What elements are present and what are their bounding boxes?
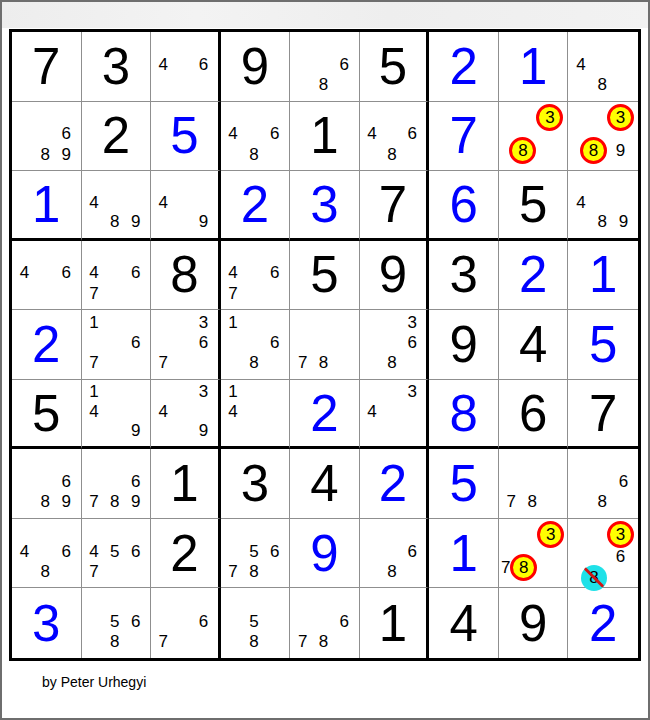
cell-r2c1[interactable]: 689 [12, 102, 82, 172]
chain-highlight-circle: 3 [537, 521, 564, 548]
candidate-6[interactable]: 6 [264, 541, 285, 561]
candidate-4[interactable]: 4 [153, 193, 173, 213]
candidate-grid: 468 [12, 519, 81, 588]
cell-r3c9[interactable]: 489 [568, 171, 638, 241]
candidate-6[interactable]: 6 [125, 611, 146, 632]
candidate-6[interactable]: 6 [56, 263, 77, 283]
cell-r5c3[interactable]: 367 [151, 310, 221, 380]
candidate-4[interactable]: 4 [223, 401, 244, 421]
given-digit: 2 [151, 519, 218, 588]
candidate-grid: 378 [499, 519, 568, 588]
given-digit: 4 [290, 449, 359, 518]
given-digit: 7 [360, 171, 427, 238]
candidate-8[interactable]: 8 [592, 492, 613, 512]
chain-highlight-circle: 8 [509, 137, 536, 164]
cell-r8c8[interactable]: 378 [499, 519, 569, 589]
candidate-4[interactable]: 4 [362, 401, 382, 421]
candidate-5[interactable]: 5 [244, 611, 265, 632]
candidate-grid: 68 [568, 449, 638, 518]
candidate-3[interactable]: 3 [193, 382, 213, 402]
candidate-3[interactable]: 3 [607, 104, 634, 131]
candidate-7[interactable]: 7 [84, 283, 105, 303]
given-digit: 9 [360, 241, 427, 310]
candidate-8[interactable]: 8 [104, 631, 125, 652]
given-digit: 3 [82, 32, 151, 101]
cell-r7c2[interactable]: 6789 [82, 449, 152, 519]
candidate-7[interactable]: 7 [292, 353, 313, 373]
candidate-4[interactable]: 4 [153, 54, 173, 74]
candidate-6[interactable]: 6 [125, 332, 146, 352]
chain-highlight-circle: 8 [580, 137, 607, 164]
candidate-8[interactable]: 8 [313, 74, 334, 94]
candidate-grid: 468 [360, 102, 427, 171]
candidate-7[interactable]: 7 [84, 561, 105, 581]
cell-r5c5[interactable]: 78 [290, 310, 360, 380]
cell-r2c6[interactable]: 468 [360, 102, 430, 172]
candidate-9[interactable]: 9 [56, 144, 77, 164]
candidate-3[interactable]: 3 [402, 312, 422, 332]
cell-r7c7[interactable]: 5 [429, 449, 499, 519]
candidate-6[interactable]: 6 [402, 124, 422, 144]
cell-r6c5[interactable]: 2 [290, 380, 360, 450]
cell-r6c1[interactable]: 5 [12, 380, 82, 450]
solved-digit: 1 [499, 32, 568, 101]
candidate-1[interactable]: 1 [84, 382, 105, 402]
candidate-grid: 58 [221, 588, 290, 658]
cell-r2c8[interactable]: 38 [499, 102, 569, 172]
given-digit: 1 [151, 449, 218, 518]
candidate-1[interactable]: 1 [223, 312, 244, 332]
cell-r3c7[interactable]: 6 [429, 171, 499, 241]
cell-r3c2[interactable]: 489 [82, 171, 152, 241]
chain-highlight-circle: 3 [607, 521, 634, 548]
candidate-8[interactable]: 8 [522, 492, 543, 512]
candidate-5[interactable]: 5 [104, 541, 125, 561]
cell-r4c2[interactable]: 467 [82, 241, 152, 311]
cell-r9c9[interactable]: 2 [568, 588, 638, 658]
candidate-4[interactable]: 4 [84, 263, 105, 283]
cell-r1c1[interactable]: 7 [12, 32, 82, 102]
solved-digit: 2 [568, 588, 638, 658]
candidate-4[interactable]: 4 [570, 54, 591, 74]
candidate-7[interactable]: 7 [501, 554, 510, 581]
candidate-4[interactable]: 4 [14, 263, 35, 283]
solved-digit: 1 [12, 171, 81, 238]
solved-digit: 2 [12, 310, 81, 379]
solved-digit: 9 [290, 519, 359, 588]
candidate-8[interactable]: 8 [313, 353, 334, 373]
solved-digit: 6 [429, 171, 498, 238]
cell-r7c8[interactable]: 78 [499, 449, 569, 519]
candidate-4[interactable]: 4 [14, 541, 35, 561]
cell-r1c7[interactable]: 2 [429, 32, 499, 102]
candidate-grid: 14 [221, 380, 290, 447]
cell-r7c9[interactable]: 68 [568, 449, 638, 519]
candidate-8[interactable]: 8 [382, 353, 402, 373]
candidate-8[interactable]: 8 [35, 561, 56, 581]
candidate-4[interactable]: 4 [362, 124, 382, 144]
candidate-grid: 67 [151, 588, 218, 658]
cell-r2c2[interactable]: 2 [82, 102, 152, 172]
candidate-8[interactable]: 8 [382, 144, 402, 164]
cell-r8c4[interactable]: 5678 [221, 519, 291, 589]
given-digit: 6 [499, 380, 568, 447]
solved-digit: 5 [429, 449, 498, 518]
candidate-7[interactable]: 7 [501, 492, 522, 512]
cell-r2c5[interactable]: 1 [290, 102, 360, 172]
solved-digit: 5 [151, 102, 218, 171]
cell-r2c4[interactable]: 468 [221, 102, 291, 172]
candidate-6[interactable]: 6 [193, 54, 213, 74]
given-digit: 9 [499, 588, 568, 658]
candidate-5[interactable]: 5 [104, 611, 125, 632]
cell-r6c3[interactable]: 349 [151, 380, 221, 450]
cell-r3c6[interactable]: 7 [360, 171, 430, 241]
candidate-grid: 78 [290, 310, 359, 379]
cell-r4c6[interactable]: 9 [360, 241, 430, 311]
candidate-8[interactable]: 8 [104, 492, 125, 512]
cell-r3c3[interactable]: 49 [151, 171, 221, 241]
candidate-grid: 48 [568, 32, 638, 101]
cell-r8c7[interactable]: 1 [429, 519, 499, 589]
cell-r4c8[interactable]: 2 [499, 241, 569, 311]
cell-r9c8[interactable]: 9 [499, 588, 569, 658]
candidate-5[interactable]: 5 [244, 541, 265, 561]
cell-r5c1[interactable]: 2 [12, 310, 82, 380]
cell-r5c4[interactable]: 168 [221, 310, 291, 380]
candidate-6[interactable]: 6 [193, 332, 213, 352]
chain-highlight-circle: 8 [510, 554, 537, 581]
given-digit: 4 [499, 310, 568, 379]
candidate-grid: 678 [290, 588, 359, 658]
candidate-3[interactable]: 3 [193, 312, 213, 332]
candidate-grid: 489 [568, 171, 638, 238]
cell-r1c8[interactable]: 1 [499, 32, 569, 102]
solved-digit: 2 [290, 380, 359, 447]
candidate-grid: 6789 [82, 449, 151, 518]
cell-r5c8[interactable]: 4 [499, 310, 569, 380]
candidate-7[interactable]: 7 [84, 492, 105, 512]
candidate-6[interactable]: 6 [613, 472, 634, 492]
candidate-7[interactable]: 7 [292, 631, 313, 652]
candidate-grid: 68 [290, 32, 359, 101]
cell-r6c9[interactable]: 7 [568, 380, 638, 450]
candidate-grid: 38 [499, 102, 568, 171]
candidate-6[interactable]: 6 [264, 124, 285, 144]
candidate-7[interactable]: 7 [223, 561, 244, 581]
candidate-grid: 467 [82, 241, 151, 310]
cell-r7c3[interactable]: 1 [151, 449, 221, 519]
candidate-8[interactable]: 8 [35, 144, 56, 164]
elimination-slash-icon [584, 567, 605, 588]
candidate-8[interactable]: 8 [592, 74, 613, 94]
cell-r7c4[interactable]: 3 [221, 449, 291, 519]
cell-r1c6[interactable]: 5 [360, 32, 430, 102]
top-toolbar-strip [2, 2, 648, 28]
candidate-1[interactable]: 1 [84, 312, 105, 332]
chain-highlight-circle: 3 [536, 104, 563, 131]
given-digit: 1 [360, 588, 427, 658]
given-digit: 3 [429, 241, 498, 310]
solved-digit: 2 [360, 449, 427, 518]
candidate-8[interactable]: 8 [580, 137, 607, 164]
candidate-6[interactable]: 6 [402, 332, 422, 352]
cell-r8c2[interactable]: 4567 [82, 519, 152, 589]
solved-digit: 3 [290, 171, 359, 238]
candidate-grid: 149 [82, 380, 151, 447]
cell-r1c2[interactable]: 3 [82, 32, 152, 102]
cell-r2c3[interactable]: 5 [151, 102, 221, 172]
solved-digit: 3 [12, 588, 81, 658]
cell-r9c1[interactable]: 3 [12, 588, 82, 658]
cell-r9c4[interactable]: 58 [221, 588, 291, 658]
candidate-8[interactable]: 8 [104, 212, 125, 232]
candidate-4[interactable]: 4 [570, 193, 591, 213]
candidate-7[interactable]: 7 [153, 631, 173, 652]
cell-r7c1[interactable]: 689 [12, 449, 82, 519]
cell-r2c7[interactable]: 7 [429, 102, 499, 172]
candidate-9[interactable]: 9 [125, 492, 146, 512]
candidate-grid: 468 [221, 102, 290, 171]
cell-r8c6[interactable]: 68 [360, 519, 430, 589]
cell-r8c1[interactable]: 468 [12, 519, 82, 589]
candidate-8[interactable]: 8 [509, 137, 536, 164]
candidate-6[interactable]: 6 [193, 611, 213, 632]
cell-r7c5[interactable]: 4 [290, 449, 360, 519]
cell-r3c4[interactable]: 2 [221, 171, 291, 241]
candidate-9[interactable]: 9 [613, 212, 634, 232]
chain-highlight-circle: 3 [607, 104, 634, 131]
candidate-4[interactable]: 4 [153, 401, 173, 421]
given-digit: 5 [360, 32, 427, 101]
candidate-6[interactable]: 6 [125, 472, 146, 492]
cell-r9c5[interactable]: 678 [290, 588, 360, 658]
candidate-9[interactable]: 9 [125, 421, 146, 441]
cell-r4c3[interactable]: 8 [151, 241, 221, 311]
cell-r5c9[interactable]: 5 [568, 310, 638, 380]
candidate-3[interactable]: 3 [536, 104, 563, 131]
candidate-grid: 4567 [82, 519, 151, 588]
solved-digit: 2 [499, 241, 568, 310]
solved-digit: 2 [429, 32, 498, 101]
candidate-grid: 167 [82, 310, 151, 379]
candidate-8[interactable]: 8 [592, 212, 613, 232]
candidate-grid: 689 [12, 449, 81, 518]
candidate-3[interactable]: 3 [402, 382, 422, 402]
cell-r6c8[interactable]: 6 [499, 380, 569, 450]
candidate-9[interactable]: 9 [193, 421, 213, 441]
cell-r9c6[interactable]: 1 [360, 588, 430, 658]
given-digit: 1 [290, 102, 359, 171]
candidate-grid: 568 [82, 588, 151, 658]
candidate-8[interactable]: 8 [313, 631, 334, 652]
candidate-grid: 368 [360, 310, 427, 379]
cell-r1c4[interactable]: 9 [221, 32, 291, 102]
given-digit: 5 [290, 241, 359, 310]
candidate-6[interactable]: 6 [402, 541, 422, 561]
candidate-grid: 349 [151, 380, 218, 447]
candidate-6[interactable]: 6 [125, 541, 146, 561]
candidate-grid: 78 [499, 449, 568, 518]
solved-digit: 1 [429, 519, 498, 588]
cell-r4c4[interactable]: 467 [221, 241, 291, 311]
cell-r8c3[interactable]: 2 [151, 519, 221, 589]
candidate-6[interactable]: 6 [264, 263, 285, 283]
cell-r5c6[interactable]: 368 [360, 310, 430, 380]
candidate-4[interactable]: 4 [223, 263, 244, 283]
candidate-8[interactable]: 8 [244, 144, 265, 164]
candidate-3[interactable]: 3 [537, 521, 564, 548]
given-digit: 2 [82, 102, 151, 171]
candidate-4[interactable]: 4 [84, 541, 105, 561]
candidate-8[interactable]: 8 [35, 492, 56, 512]
candidate-grid: 489 [82, 171, 151, 238]
candidate-grid: 49 [151, 171, 218, 238]
candidate-grid: 46 [12, 241, 81, 310]
candidate-8[interactable]: 8 [382, 561, 402, 581]
cell-r3c1[interactable]: 1 [12, 171, 82, 241]
cell-r6c7[interactable]: 8 [429, 380, 499, 450]
candidate-9[interactable]: 9 [125, 212, 146, 232]
candidate-grid: 68 [360, 519, 427, 588]
cell-r8c9[interactable]: 368 [568, 519, 638, 589]
cell-r6c6[interactable]: 34 [360, 380, 430, 450]
sudoku-board: 7346968521486892546814687383891489492376… [9, 29, 641, 661]
solved-digit: 8 [429, 380, 498, 447]
cell-r4c7[interactable]: 3 [429, 241, 499, 311]
candidate-6[interactable]: 6 [125, 263, 146, 283]
solved-digit: 7 [429, 102, 498, 171]
candidate-6[interactable]: 6 [56, 472, 77, 492]
candidate-8[interactable]: 8 [244, 631, 265, 652]
candidate-grid: 46 [151, 32, 218, 101]
credit-text: by Peter Urhegyi [42, 674, 146, 690]
cell-r3c8[interactable]: 5 [499, 171, 569, 241]
candidate-6[interactable]: 6 [334, 611, 355, 632]
cell-r1c9[interactable]: 48 [568, 32, 638, 102]
given-digit: 9 [429, 310, 498, 379]
candidate-8[interactable]: 8 [244, 561, 265, 581]
candidate-grid: 467 [221, 241, 290, 310]
cell-r4c5[interactable]: 5 [290, 241, 360, 311]
candidate-8[interactable]: 8 [581, 565, 607, 591]
elimination-highlight-circle: 8 [581, 565, 607, 591]
cell-r8c5[interactable]: 9 [290, 519, 360, 589]
candidate-grid: 367 [151, 310, 218, 379]
given-digit: 5 [12, 380, 81, 447]
candidate-grid: 34 [360, 380, 427, 447]
given-digit: 9 [221, 32, 290, 101]
candidate-6[interactable]: 6 [264, 332, 285, 352]
candidate-grid: 689 [12, 102, 81, 171]
cell-r1c3[interactable]: 46 [151, 32, 221, 102]
candidate-9[interactable]: 9 [56, 492, 77, 512]
solved-digit: 2 [221, 171, 290, 238]
candidate-4[interactable]: 4 [84, 401, 105, 421]
given-digit: 4 [429, 588, 498, 658]
cell-r6c2[interactable]: 149 [82, 380, 152, 450]
cell-r9c2[interactable]: 568 [82, 588, 152, 658]
cell-r5c2[interactable]: 167 [82, 310, 152, 380]
candidate-grid: 368 [568, 519, 638, 588]
candidate-grid: 168 [221, 310, 290, 379]
candidate-7[interactable]: 7 [84, 353, 105, 373]
given-digit: 7 [12, 32, 81, 101]
candidate-grid: 389 [568, 102, 638, 171]
candidate-6[interactable]: 6 [334, 54, 355, 74]
candidate-3[interactable]: 3 [607, 521, 634, 548]
candidate-6[interactable]: 6 [56, 124, 77, 144]
candidate-4[interactable]: 4 [84, 193, 105, 213]
candidate-grid: 5678 [221, 519, 290, 588]
candidate-8[interactable]: 8 [510, 554, 537, 581]
cell-r2c9[interactable]: 389 [568, 102, 638, 172]
candidate-4[interactable]: 4 [223, 124, 244, 144]
candidate-7[interactable]: 7 [223, 283, 244, 303]
cell-r9c3[interactable]: 67 [151, 588, 221, 658]
cell-r1c5[interactable]: 68 [290, 32, 360, 102]
given-digit: 5 [499, 171, 568, 238]
candidate-6[interactable]: 6 [56, 541, 77, 561]
candidate-9[interactable]: 9 [193, 212, 213, 232]
cell-r9c7[interactable]: 4 [429, 588, 499, 658]
cell-r6c4[interactable]: 14 [221, 380, 291, 450]
solved-digit: 5 [568, 310, 638, 379]
cell-r7c6[interactable]: 2 [360, 449, 430, 519]
cell-r5c7[interactable]: 9 [429, 310, 499, 380]
candidate-9[interactable]: 9 [607, 137, 634, 164]
cell-r3c5[interactable]: 3 [290, 171, 360, 241]
cell-r4c1[interactable]: 46 [12, 241, 82, 311]
solved-digit: 1 [568, 241, 638, 310]
given-digit: 3 [221, 449, 290, 518]
given-digit: 7 [568, 380, 638, 447]
given-digit: 8 [151, 241, 218, 310]
candidate-7[interactable]: 7 [153, 353, 173, 373]
candidate-1[interactable]: 1 [223, 382, 244, 402]
candidate-6[interactable]: 6 [607, 548, 634, 565]
cell-r4c9[interactable]: 1 [568, 241, 638, 311]
candidate-8[interactable]: 8 [244, 353, 265, 373]
